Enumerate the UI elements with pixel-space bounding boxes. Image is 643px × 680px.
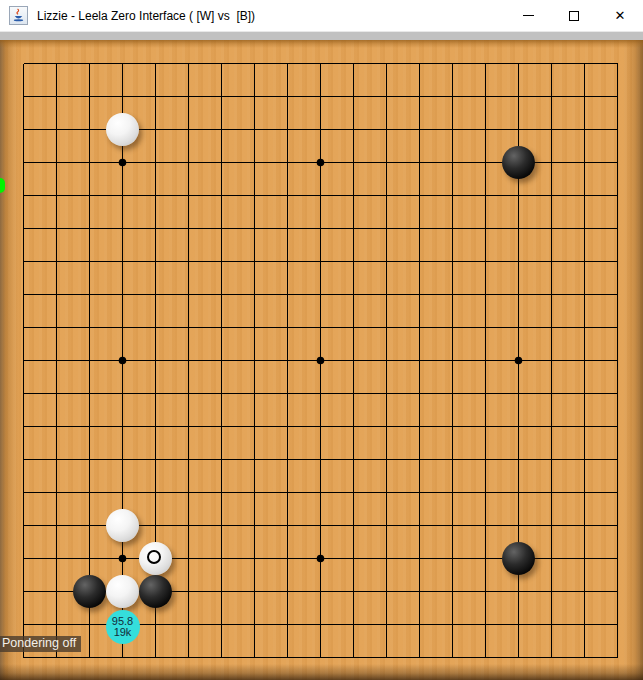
stone-black-c3 bbox=[73, 575, 106, 608]
stone-white-e4 bbox=[139, 542, 172, 575]
title-bar[interactable]: Lizzie - Leela Zero Interface ( [W] vs [… bbox=[0, 0, 643, 32]
star-point bbox=[317, 159, 325, 167]
app-window: Lizzie - Leela Zero Interface ( [W] vs [… bbox=[0, 0, 643, 680]
suggested-move-d2[interactable]: 95.8 19k bbox=[106, 610, 140, 644]
suggestion-playouts: 19k bbox=[114, 627, 132, 638]
stone-white-d3 bbox=[106, 575, 139, 608]
stone-white-d5 bbox=[106, 509, 139, 542]
window-controls: ✕ bbox=[505, 0, 643, 32]
java-coffee-cup-icon bbox=[11, 8, 26, 23]
star-point bbox=[317, 357, 325, 365]
close-button[interactable]: ✕ bbox=[597, 0, 643, 32]
star-point bbox=[317, 555, 325, 563]
stone-white-d17 bbox=[106, 113, 139, 146]
stone-black-e3 bbox=[139, 575, 172, 608]
star-point bbox=[119, 357, 127, 365]
star-point bbox=[119, 555, 127, 563]
java-app-icon bbox=[9, 6, 28, 25]
maximize-icon bbox=[569, 11, 579, 21]
star-point bbox=[515, 357, 523, 365]
suggestion-winrate: 95.8 bbox=[112, 616, 133, 627]
pondering-status: Pondering off bbox=[0, 636, 81, 652]
minimize-icon bbox=[523, 15, 534, 16]
maximize-button[interactable] bbox=[551, 0, 597, 32]
minimize-button[interactable] bbox=[505, 0, 551, 32]
close-icon: ✕ bbox=[615, 9, 626, 22]
last-move-marker bbox=[147, 550, 161, 564]
star-point bbox=[119, 159, 127, 167]
stone-black-q16 bbox=[502, 146, 535, 179]
go-board[interactable]: 95.8 19k Pondering off bbox=[0, 40, 643, 680]
stone-black-q4 bbox=[502, 542, 535, 575]
menu-strip bbox=[0, 32, 643, 40]
window-title: Lizzie - Leela Zero Interface ( [W] vs [… bbox=[37, 9, 505, 23]
